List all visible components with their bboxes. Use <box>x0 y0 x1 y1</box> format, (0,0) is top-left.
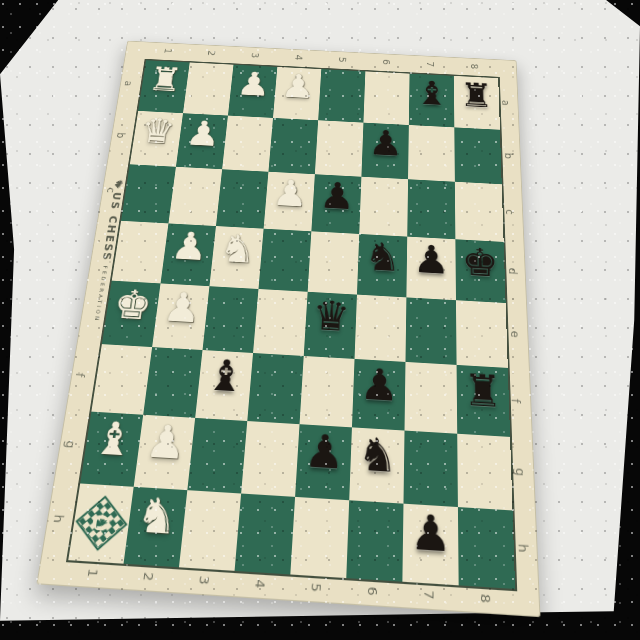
square-a5 <box>318 69 365 122</box>
square-b6: ♟ <box>361 123 408 180</box>
piece-black-bishop-f3: ♝ <box>204 353 247 398</box>
square-e5: ♛ <box>304 292 357 359</box>
square-a7: ♝ <box>409 74 454 128</box>
piece-black-queen-e5: ♛ <box>311 294 350 337</box>
us-chess-corner-logo: ♞ <box>75 495 127 551</box>
square-d6: ♞ <box>357 234 407 297</box>
coord-label-6-top: 6 <box>380 59 392 65</box>
piece-white-pawn-g2: ♟ <box>143 417 188 465</box>
square-h3 <box>179 490 241 571</box>
coord-label-h-right: h <box>515 543 530 553</box>
square-h8 <box>458 507 515 589</box>
square-c5: ♟ <box>311 174 361 234</box>
square-e3 <box>203 286 259 353</box>
vinyl-mat: 12345678 12345678 abcfgh abcdefgh ♞ US C… <box>36 41 540 617</box>
piece-white-pawn-e2: ♟ <box>161 286 203 328</box>
square-f3: ♝ <box>195 350 253 421</box>
square-a4: ♟ <box>273 67 321 120</box>
square-c7 <box>407 179 455 239</box>
square-h4 <box>235 494 296 575</box>
piece-black-pawn-d7: ♟ <box>413 239 450 279</box>
square-h6 <box>346 500 403 581</box>
square-g8 <box>457 434 512 511</box>
square-f6: ♟ <box>352 359 406 431</box>
coord-label-2-top: 2 <box>205 50 217 56</box>
square-f7 <box>405 362 458 434</box>
coord-label-a-left: a <box>123 80 136 86</box>
square-c8 <box>455 182 504 242</box>
piece-black-pawn-f6: ♟ <box>359 362 399 407</box>
piece-black-pawn-g5: ♟ <box>303 427 345 475</box>
square-a6 <box>363 71 409 125</box>
piece-white-bishop-g1: ♝ <box>91 414 137 462</box>
chess-board: 12345678 12345678 abcfgh abcdefgh ♞ US C… <box>36 41 540 617</box>
coord-label-8-top: 8 <box>468 63 480 69</box>
square-f1 <box>91 344 152 415</box>
square-e2: ♟ <box>152 283 209 350</box>
piece-white-pawn-a4: ♟ <box>280 69 316 103</box>
square-d1 <box>112 221 169 284</box>
coord-label-3-bottom: 3 <box>196 575 212 585</box>
photo-scene: 12345678 12345678 abcfgh abcdefgh ♞ US C… <box>0 0 640 640</box>
square-g3 <box>187 418 247 494</box>
square-a3: ♟ <box>228 65 277 118</box>
coord-label-7-top: 7 <box>424 61 436 67</box>
piece-black-bishop-a7: ♝ <box>415 76 449 110</box>
square-f8: ♜ <box>457 365 511 437</box>
coord-label-8-bottom: 8 <box>478 594 493 604</box>
square-h7: ♟ <box>402 504 458 586</box>
coord-label-b-right: b <box>502 153 515 160</box>
square-b8 <box>454 127 501 184</box>
square-g6: ♞ <box>349 427 404 503</box>
square-b5 <box>315 120 364 176</box>
coord-label-h-left: h <box>50 514 66 523</box>
coord-label-7-bottom: 7 <box>421 590 436 600</box>
square-c4: ♟ <box>264 172 315 232</box>
square-g5: ♟ <box>295 424 352 500</box>
coord-label-g-left: g <box>63 440 78 449</box>
square-a8: ♜ <box>454 76 500 130</box>
square-e4 <box>253 289 308 356</box>
square-b1: ♛ <box>130 111 183 167</box>
square-d4 <box>258 229 311 292</box>
square-b4 <box>268 118 318 174</box>
square-g1: ♝ <box>80 412 143 487</box>
piece-black-pawn-b6: ♟ <box>368 125 403 161</box>
piece-white-pawn-b2: ♟ <box>184 115 222 151</box>
piece-white-rook-a1: ♜ <box>146 62 184 96</box>
coord-label-1-bottom: 1 <box>84 568 100 578</box>
square-g7 <box>403 431 457 508</box>
coord-label-c-right: c <box>503 209 516 215</box>
square-h5 <box>290 497 349 578</box>
corner-knight-icon: ♞ <box>92 514 111 531</box>
square-e6 <box>355 295 407 362</box>
board-grid: ♜♟♟♝♜♛♟♟♟♟♟♞♞♟♚♚♟♛♝♟♜♝♟♟♞♞♞♟ <box>66 59 517 591</box>
square-c3 <box>216 169 268 228</box>
piece-white-queen-b1: ♛ <box>138 113 177 148</box>
square-b7 <box>408 125 455 182</box>
piece-white-king-e1: ♚ <box>111 283 154 325</box>
coord-label-4-bottom: 4 <box>252 579 268 589</box>
square-b3 <box>222 116 273 172</box>
square-c2 <box>168 167 222 226</box>
square-g4 <box>241 421 299 497</box>
piece-white-knight-d3: ♞ <box>218 228 258 268</box>
piece-black-pawn-c5: ♟ <box>318 176 355 214</box>
square-d8: ♚ <box>455 239 505 303</box>
coord-label-g-right: g <box>513 468 528 477</box>
piece-black-pawn-h7: ♟ <box>410 507 452 559</box>
square-a2 <box>183 62 233 115</box>
coord-label-5-bottom: 5 <box>308 583 324 593</box>
piece-black-rook-f8: ♜ <box>463 368 503 414</box>
coord-label-1-top: 1 <box>162 48 174 54</box>
coord-label-6-bottom: 6 <box>364 586 379 596</box>
square-c6 <box>359 177 408 237</box>
coord-label-a-right: a <box>500 100 512 106</box>
square-a1: ♜ <box>138 60 190 113</box>
piece-black-knight-g6: ♞ <box>357 430 398 478</box>
piece-black-king-d8: ♚ <box>461 242 499 282</box>
piece-white-pawn-d2: ♟ <box>169 226 210 266</box>
coord-label-b-left: b <box>114 132 127 139</box>
square-h2: ♞ <box>124 487 188 567</box>
square-h1: ♞ <box>68 483 133 563</box>
coord-label-3-top: 3 <box>249 52 261 58</box>
square-d5 <box>308 231 360 294</box>
square-f4 <box>247 353 303 424</box>
square-e7 <box>405 297 456 365</box>
piece-black-knight-d6: ♞ <box>364 236 401 276</box>
coord-label-d-right: d <box>506 267 519 275</box>
piece-white-pawn-a3: ♟ <box>235 67 271 101</box>
square-f2 <box>143 347 202 418</box>
coord-label-e-right: e <box>508 330 522 338</box>
piece-black-rook-a8: ♜ <box>459 78 493 112</box>
coord-label-f-left: f <box>73 372 87 377</box>
square-b2: ♟ <box>176 113 228 169</box>
square-d2: ♟ <box>161 223 216 286</box>
square-c1 <box>121 164 176 223</box>
coord-label-2-bottom: 2 <box>140 572 156 582</box>
square-d3: ♞ <box>209 226 263 289</box>
piece-white-knight-h2: ♞ <box>134 490 181 541</box>
square-g2: ♟ <box>134 415 195 490</box>
square-d7: ♟ <box>406 237 456 301</box>
coord-label-5-top: 5 <box>336 57 348 63</box>
square-e8 <box>456 300 508 368</box>
square-e1: ♚ <box>102 281 161 347</box>
square-f5 <box>300 356 355 427</box>
coord-label-4-top: 4 <box>293 55 305 61</box>
piece-white-pawn-c4: ♟ <box>271 174 309 212</box>
